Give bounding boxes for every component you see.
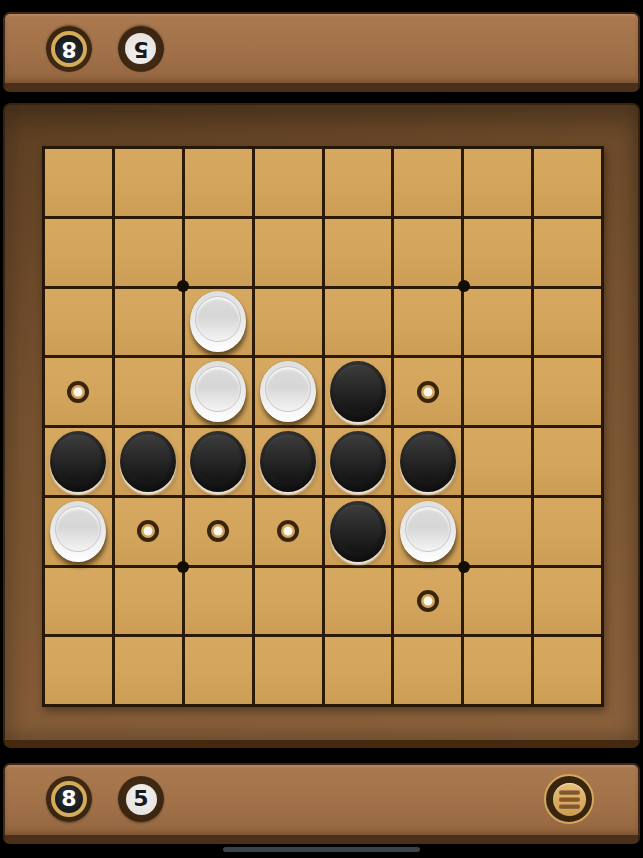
white-disc-count: 5 <box>126 784 157 815</box>
opponent-black-disc-counter: 8 <box>46 26 92 72</box>
cell-h5[interactable] <box>534 428 601 495</box>
cell-a3[interactable] <box>45 289 112 356</box>
star-point <box>458 280 470 292</box>
cell-d1[interactable] <box>255 149 322 216</box>
white-disc <box>190 361 246 422</box>
cell-c7[interactable] <box>185 568 252 635</box>
cell-g4[interactable] <box>464 358 531 425</box>
black-disc <box>330 501 386 562</box>
opponent-white-disc-counter: 5 <box>118 26 164 72</box>
cell-b8[interactable] <box>115 637 182 704</box>
cell-a5[interactable] <box>45 428 112 495</box>
cell-h8[interactable] <box>534 637 601 704</box>
player-white-disc-counter: 5 <box>118 776 164 822</box>
cell-h1[interactable] <box>534 149 601 216</box>
hamburger-menu-icon <box>553 783 586 816</box>
white-disc <box>260 361 316 422</box>
cell-d3[interactable] <box>255 289 322 356</box>
cell-f8[interactable] <box>394 637 461 704</box>
cell-g5[interactable] <box>464 428 531 495</box>
black-disc <box>330 431 386 492</box>
cell-e5[interactable] <box>325 428 392 495</box>
cell-h3[interactable] <box>534 289 601 356</box>
home-indicator[interactable] <box>223 847 420 852</box>
legal-move-marker[interactable] <box>417 381 439 403</box>
cell-c4[interactable] <box>185 358 252 425</box>
cell-c8[interactable] <box>185 637 252 704</box>
player-black-disc-counter: 8 <box>46 776 92 822</box>
menu-button[interactable] <box>544 774 594 824</box>
cell-g3[interactable] <box>464 289 531 356</box>
cell-c6[interactable] <box>185 498 252 565</box>
othello-board <box>3 103 640 748</box>
cell-b2[interactable] <box>115 219 182 286</box>
cell-a1[interactable] <box>45 149 112 216</box>
cell-h2[interactable] <box>534 219 601 286</box>
legal-move-marker[interactable] <box>417 590 439 612</box>
cell-a4[interactable] <box>45 358 112 425</box>
cell-a8[interactable] <box>45 637 112 704</box>
black-disc <box>260 431 316 492</box>
cell-b3[interactable] <box>115 289 182 356</box>
black-disc-count: 8 <box>51 781 87 817</box>
cell-a6[interactable] <box>45 498 112 565</box>
cell-f1[interactable] <box>394 149 461 216</box>
cell-h6[interactable] <box>534 498 601 565</box>
cell-e6[interactable] <box>325 498 392 565</box>
cell-g8[interactable] <box>464 637 531 704</box>
cell-e2[interactable] <box>325 219 392 286</box>
cell-b1[interactable] <box>115 149 182 216</box>
white-disc <box>50 501 106 562</box>
cell-c3[interactable] <box>185 289 252 356</box>
cell-d5[interactable] <box>255 428 322 495</box>
legal-move-marker[interactable] <box>207 520 229 542</box>
cell-f2[interactable] <box>394 219 461 286</box>
cell-a2[interactable] <box>45 219 112 286</box>
black-disc <box>120 431 176 492</box>
black-disc <box>330 361 386 422</box>
black-disc-count: 8 <box>51 31 87 67</box>
board-grid[interactable] <box>42 146 604 707</box>
cell-d2[interactable] <box>255 219 322 286</box>
cell-f5[interactable] <box>394 428 461 495</box>
black-disc <box>400 431 456 492</box>
cell-g2[interactable] <box>464 219 531 286</box>
cell-e4[interactable] <box>325 358 392 425</box>
cell-e1[interactable] <box>325 149 392 216</box>
legal-move-marker[interactable] <box>137 520 159 542</box>
cell-c2[interactable] <box>185 219 252 286</box>
cell-c1[interactable] <box>185 149 252 216</box>
black-disc <box>50 431 106 492</box>
player-tray: 8 5 <box>3 763 640 844</box>
legal-move-marker[interactable] <box>67 381 89 403</box>
cell-b5[interactable] <box>115 428 182 495</box>
cell-f6[interactable] <box>394 498 461 565</box>
white-disc <box>400 501 456 562</box>
star-point <box>177 280 189 292</box>
screen: 8 5 8 5 <box>0 0 643 858</box>
cell-h4[interactable] <box>534 358 601 425</box>
star-point <box>458 561 470 573</box>
cell-a7[interactable] <box>45 568 112 635</box>
white-disc <box>190 291 246 352</box>
opponent-tray: 8 5 <box>3 12 640 92</box>
cell-e7[interactable] <box>325 568 392 635</box>
cell-f3[interactable] <box>394 289 461 356</box>
cell-b7[interactable] <box>115 568 182 635</box>
cell-c5[interactable] <box>185 428 252 495</box>
cell-b4[interactable] <box>115 358 182 425</box>
cell-g7[interactable] <box>464 568 531 635</box>
cell-g6[interactable] <box>464 498 531 565</box>
cell-d8[interactable] <box>255 637 322 704</box>
cell-f4[interactable] <box>394 358 461 425</box>
cell-d4[interactable] <box>255 358 322 425</box>
white-disc-count: 5 <box>126 34 157 65</box>
cell-d7[interactable] <box>255 568 322 635</box>
cell-e8[interactable] <box>325 637 392 704</box>
black-disc <box>190 431 246 492</box>
star-point <box>177 561 189 573</box>
cell-e3[interactable] <box>325 289 392 356</box>
cell-h7[interactable] <box>534 568 601 635</box>
legal-move-marker[interactable] <box>277 520 299 542</box>
cell-b6[interactable] <box>115 498 182 565</box>
cell-f7[interactable] <box>394 568 461 635</box>
cell-g1[interactable] <box>464 149 531 216</box>
cell-d6[interactable] <box>255 498 322 565</box>
